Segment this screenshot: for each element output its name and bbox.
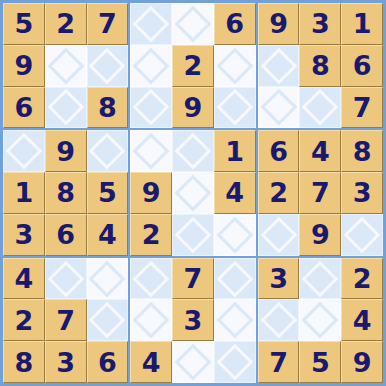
cell-r2c4[interactable] xyxy=(130,45,172,87)
cell-r8c3[interactable] xyxy=(87,299,129,341)
cell-r7c6[interactable] xyxy=(214,258,256,300)
cell-r1c7: 9 xyxy=(258,3,300,45)
cell-r1c4[interactable] xyxy=(130,3,172,45)
cell-r5c3: 5 xyxy=(87,172,129,214)
cell-r7c4[interactable] xyxy=(130,258,172,300)
cell-r6c5[interactable] xyxy=(172,214,214,256)
cell-r4c9: 8 xyxy=(341,130,383,172)
box-7: 427836 xyxy=(3,258,128,383)
cell-r2c2[interactable] xyxy=(45,45,87,87)
cell-r5c7: 2 xyxy=(258,172,300,214)
cell-r7c9: 2 xyxy=(341,258,383,300)
cell-r7c3[interactable] xyxy=(87,258,129,300)
cell-r9c7: 7 xyxy=(258,341,300,383)
cell-r5c2: 8 xyxy=(45,172,87,214)
cell-r4c6: 1 xyxy=(214,130,256,172)
cell-r2c7[interactable] xyxy=(258,45,300,87)
cell-r3c8[interactable] xyxy=(299,87,341,129)
cell-r2c1: 9 xyxy=(3,45,45,87)
cell-r5c1: 1 xyxy=(3,172,45,214)
cell-r4c4[interactable] xyxy=(130,130,172,172)
cell-r2c9: 6 xyxy=(341,45,383,87)
cell-r2c6[interactable] xyxy=(214,45,256,87)
cell-r2c3[interactable] xyxy=(87,45,129,87)
box-4: 9185364 xyxy=(3,130,128,255)
cell-r8c1: 2 xyxy=(3,299,45,341)
cell-r1c8: 3 xyxy=(299,3,341,45)
cell-r8c7[interactable] xyxy=(258,299,300,341)
cell-r1c1: 5 xyxy=(3,3,45,45)
cell-r9c3: 6 xyxy=(87,341,129,383)
cell-r7c2[interactable] xyxy=(45,258,87,300)
cell-r8c5: 3 xyxy=(172,299,214,341)
cell-r9c6[interactable] xyxy=(214,341,256,383)
cell-r5c9: 3 xyxy=(341,172,383,214)
cell-r3c6[interactable] xyxy=(214,87,256,129)
cell-r1c6: 6 xyxy=(214,3,256,45)
cell-r6c9[interactable] xyxy=(341,214,383,256)
box-9: 324759 xyxy=(258,258,383,383)
box-3: 931867 xyxy=(258,3,383,128)
box-2: 629 xyxy=(130,3,255,128)
cell-r4c7: 6 xyxy=(258,130,300,172)
cell-r3c1: 6 xyxy=(3,87,45,129)
cell-r3c4[interactable] xyxy=(130,87,172,129)
cell-r1c2: 2 xyxy=(45,3,87,45)
cell-r7c7: 3 xyxy=(258,258,300,300)
cell-r6c8: 9 xyxy=(299,214,341,256)
cell-r9c5[interactable] xyxy=(172,341,214,383)
box-6: 6482739 xyxy=(258,130,383,255)
box-5: 1942 xyxy=(130,130,255,255)
cell-r9c9: 9 xyxy=(341,341,383,383)
cell-r8c4[interactable] xyxy=(130,299,172,341)
cell-r3c3: 8 xyxy=(87,87,129,129)
cell-r9c2: 3 xyxy=(45,341,87,383)
cell-r5c8: 7 xyxy=(299,172,341,214)
cell-r8c8[interactable] xyxy=(299,299,341,341)
sudoku-board: 5279686299318679185364194264827394278367… xyxy=(0,0,386,386)
cell-r4c5[interactable] xyxy=(172,130,214,172)
box-8: 734 xyxy=(130,258,255,383)
cell-r1c3: 7 xyxy=(87,3,129,45)
cell-r6c1: 3 xyxy=(3,214,45,256)
cell-r7c5: 7 xyxy=(172,258,214,300)
cell-r9c4: 4 xyxy=(130,341,172,383)
cell-r5c4: 9 xyxy=(130,172,172,214)
cell-r5c5[interactable] xyxy=(172,172,214,214)
cell-r7c1: 4 xyxy=(3,258,45,300)
cell-r6c4: 2 xyxy=(130,214,172,256)
cell-r3c5: 9 xyxy=(172,87,214,129)
cell-r6c2: 6 xyxy=(45,214,87,256)
cell-r4c8: 4 xyxy=(299,130,341,172)
cell-r8c6[interactable] xyxy=(214,299,256,341)
cell-r3c2[interactable] xyxy=(45,87,87,129)
cell-r3c7[interactable] xyxy=(258,87,300,129)
cell-r3c9: 7 xyxy=(341,87,383,129)
cell-r2c8: 8 xyxy=(299,45,341,87)
cell-r2c5: 2 xyxy=(172,45,214,87)
cell-r1c5[interactable] xyxy=(172,3,214,45)
cell-r6c3: 4 xyxy=(87,214,129,256)
cell-r8c2: 7 xyxy=(45,299,87,341)
cell-r4c3[interactable] xyxy=(87,130,129,172)
cell-r7c8[interactable] xyxy=(299,258,341,300)
cell-r8c9: 4 xyxy=(341,299,383,341)
cell-r6c7[interactable] xyxy=(258,214,300,256)
cell-r4c2: 9 xyxy=(45,130,87,172)
cell-r6c6[interactable] xyxy=(214,214,256,256)
box-1: 527968 xyxy=(3,3,128,128)
cell-r9c1: 8 xyxy=(3,341,45,383)
cell-r5c6: 4 xyxy=(214,172,256,214)
cell-r1c9: 1 xyxy=(341,3,383,45)
cell-r4c1[interactable] xyxy=(3,130,45,172)
cell-r9c8: 5 xyxy=(299,341,341,383)
